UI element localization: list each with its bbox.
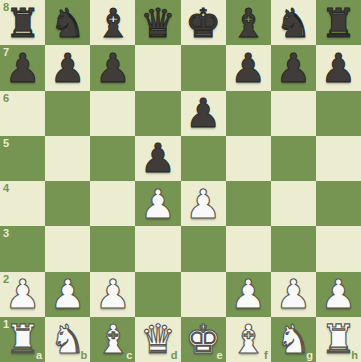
piece-white-pawn[interactable]: ♟ bbox=[50, 274, 86, 314]
square-g8[interactable]: ♞ bbox=[271, 0, 316, 45]
square-g5[interactable] bbox=[271, 136, 316, 181]
square-e4[interactable]: ♟ bbox=[181, 181, 226, 226]
piece-white-pawn[interactable]: ♟ bbox=[321, 274, 357, 314]
square-a1[interactable]: 1a♜ bbox=[0, 317, 45, 362]
square-d8[interactable]: ♛ bbox=[135, 0, 180, 45]
square-a4[interactable]: 4 bbox=[0, 181, 45, 226]
square-g3[interactable] bbox=[271, 226, 316, 271]
piece-black-pawn[interactable]: ♟ bbox=[95, 48, 131, 88]
square-d3[interactable] bbox=[135, 226, 180, 271]
piece-white-pawn[interactable]: ♟ bbox=[5, 274, 41, 314]
square-c2[interactable]: ♟ bbox=[90, 272, 135, 317]
square-c8[interactable]: ♝ bbox=[90, 0, 135, 45]
square-f2[interactable]: ♟ bbox=[226, 272, 271, 317]
square-e5[interactable] bbox=[181, 136, 226, 181]
square-a6[interactable]: 6 bbox=[0, 91, 45, 136]
square-a7[interactable]: 7♟ bbox=[0, 45, 45, 90]
piece-black-bishop[interactable]: ♝ bbox=[230, 3, 266, 43]
piece-white-king[interactable]: ♚ bbox=[185, 319, 221, 359]
square-a5[interactable]: 5 bbox=[0, 136, 45, 181]
square-b7[interactable]: ♟ bbox=[45, 45, 90, 90]
rank-label-3: 3 bbox=[3, 228, 9, 239]
square-e8[interactable]: ♚ bbox=[181, 0, 226, 45]
square-f1[interactable]: f♝ bbox=[226, 317, 271, 362]
piece-white-knight[interactable]: ♞ bbox=[50, 319, 86, 359]
square-e6[interactable]: ♟ bbox=[181, 91, 226, 136]
square-c7[interactable]: ♟ bbox=[90, 45, 135, 90]
piece-black-rook[interactable]: ♜ bbox=[5, 3, 41, 43]
piece-white-bishop[interactable]: ♝ bbox=[95, 319, 131, 359]
square-d6[interactable] bbox=[135, 91, 180, 136]
square-b3[interactable] bbox=[45, 226, 90, 271]
square-b5[interactable] bbox=[45, 136, 90, 181]
piece-black-knight[interactable]: ♞ bbox=[50, 3, 86, 43]
rank-label-6: 6 bbox=[3, 93, 9, 104]
square-b2[interactable]: ♟ bbox=[45, 272, 90, 317]
piece-white-bishop[interactable]: ♝ bbox=[230, 319, 266, 359]
square-d5[interactable]: ♟ bbox=[135, 136, 180, 181]
square-g4[interactable] bbox=[271, 181, 316, 226]
piece-black-bishop[interactable]: ♝ bbox=[95, 3, 131, 43]
square-g7[interactable]: ♟ bbox=[271, 45, 316, 90]
square-f3[interactable] bbox=[226, 226, 271, 271]
square-g1[interactable]: g♞ bbox=[271, 317, 316, 362]
piece-white-rook[interactable]: ♜ bbox=[5, 319, 41, 359]
square-d2[interactable] bbox=[135, 272, 180, 317]
piece-black-queen[interactable]: ♛ bbox=[140, 3, 176, 43]
piece-white-pawn[interactable]: ♟ bbox=[230, 274, 266, 314]
square-e1[interactable]: e♚ bbox=[181, 317, 226, 362]
piece-white-pawn[interactable]: ♟ bbox=[275, 274, 311, 314]
square-c6[interactable] bbox=[90, 91, 135, 136]
square-a3[interactable]: 3 bbox=[0, 226, 45, 271]
square-e2[interactable] bbox=[181, 272, 226, 317]
square-d7[interactable] bbox=[135, 45, 180, 90]
square-h8[interactable]: ♜ bbox=[316, 0, 361, 45]
square-h3[interactable] bbox=[316, 226, 361, 271]
square-b6[interactable] bbox=[45, 91, 90, 136]
square-f4[interactable] bbox=[226, 181, 271, 226]
square-g2[interactable]: ♟ bbox=[271, 272, 316, 317]
piece-white-pawn[interactable]: ♟ bbox=[140, 184, 176, 224]
piece-black-pawn[interactable]: ♟ bbox=[5, 48, 41, 88]
square-c5[interactable] bbox=[90, 136, 135, 181]
square-f5[interactable] bbox=[226, 136, 271, 181]
piece-black-pawn[interactable]: ♟ bbox=[275, 48, 311, 88]
square-c3[interactable] bbox=[90, 226, 135, 271]
piece-white-pawn[interactable]: ♟ bbox=[95, 274, 131, 314]
square-c4[interactable] bbox=[90, 181, 135, 226]
square-b8[interactable]: ♞ bbox=[45, 0, 90, 45]
square-h4[interactable] bbox=[316, 181, 361, 226]
rank-label-5: 5 bbox=[3, 138, 9, 149]
piece-white-knight[interactable]: ♞ bbox=[275, 319, 311, 359]
piece-white-rook[interactable]: ♜ bbox=[321, 319, 357, 359]
piece-black-pawn[interactable]: ♟ bbox=[50, 48, 86, 88]
piece-white-queen[interactable]: ♛ bbox=[140, 319, 176, 359]
rank-label-4: 4 bbox=[3, 183, 9, 194]
square-f8[interactable]: ♝ bbox=[226, 0, 271, 45]
square-d1[interactable]: d♛ bbox=[135, 317, 180, 362]
square-h1[interactable]: h♜ bbox=[316, 317, 361, 362]
square-a8[interactable]: 8♜ bbox=[0, 0, 45, 45]
square-f7[interactable]: ♟ bbox=[226, 45, 271, 90]
square-e7[interactable] bbox=[181, 45, 226, 90]
square-c1[interactable]: c♝ bbox=[90, 317, 135, 362]
piece-black-rook[interactable]: ♜ bbox=[321, 3, 357, 43]
chess-board: 8♜♞♝♛♚♝♞♜7♟♟♟♟♟♟6♟5♟4♟♟32♟♟♟♟♟♟1a♜b♞c♝d♛… bbox=[0, 0, 361, 362]
square-h5[interactable] bbox=[316, 136, 361, 181]
square-e3[interactable] bbox=[181, 226, 226, 271]
square-b4[interactable] bbox=[45, 181, 90, 226]
square-a2[interactable]: 2♟ bbox=[0, 272, 45, 317]
square-f6[interactable] bbox=[226, 91, 271, 136]
square-d4[interactable]: ♟ bbox=[135, 181, 180, 226]
piece-black-knight[interactable]: ♞ bbox=[275, 3, 311, 43]
piece-black-pawn[interactable]: ♟ bbox=[230, 48, 266, 88]
square-g6[interactable] bbox=[271, 91, 316, 136]
piece-black-pawn[interactable]: ♟ bbox=[140, 138, 176, 178]
piece-black-king[interactable]: ♚ bbox=[185, 3, 221, 43]
piece-white-pawn[interactable]: ♟ bbox=[185, 184, 221, 224]
square-b1[interactable]: b♞ bbox=[45, 317, 90, 362]
square-h6[interactable] bbox=[316, 91, 361, 136]
square-h2[interactable]: ♟ bbox=[316, 272, 361, 317]
square-h7[interactable]: ♟ bbox=[316, 45, 361, 90]
piece-black-pawn[interactable]: ♟ bbox=[185, 93, 221, 133]
piece-black-pawn[interactable]: ♟ bbox=[321, 48, 357, 88]
